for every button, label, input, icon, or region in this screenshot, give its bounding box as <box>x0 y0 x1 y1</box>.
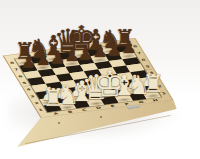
rank-label-left-2: 2 <box>34 101 40 104</box>
rank-label-left-5: 5 <box>22 81 28 84</box>
rank-label-right-6: 6 <box>141 58 147 61</box>
chess-set-photo: ABCDEFGH1122334455667788 ♜♞♝♛♚♝♞♜♟♟♟♟♟♟♟… <box>0 0 200 159</box>
nail-dot <box>58 122 60 124</box>
nail-dot <box>100 116 102 118</box>
pieces-layer: ♜♞♝♛♚♝♞♜♟♟♟♟♟♟♟♟♟♟♟♟♟♟♟♟♜♞♝♛♚♝♞♜ <box>3 38 136 56</box>
file-label-A: A <box>53 112 59 115</box>
file-label-B: B <box>67 110 73 113</box>
rank-label-right-7: 7 <box>137 51 143 54</box>
rank-label-right-5: 5 <box>145 65 151 68</box>
rank-label-left-6: 6 <box>18 75 24 78</box>
rank-label-left-3: 3 <box>30 95 36 98</box>
piece-glyph: ♟ <box>121 39 136 56</box>
rank-label-left-7: 7 <box>13 68 19 71</box>
piece-glyph: ♜ <box>142 72 164 96</box>
file-label-C: C <box>81 108 87 111</box>
rank-label-left-4: 4 <box>26 88 32 91</box>
file-label-G: G <box>138 100 144 103</box>
